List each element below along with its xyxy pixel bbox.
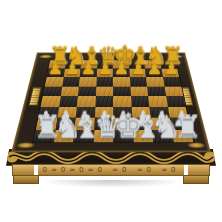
square-f7[interactable]: ♟ <box>129 68 146 77</box>
square-d1[interactable]: ♛ <box>93 130 113 143</box>
square-g2[interactable]: ♟ <box>151 118 172 130</box>
square-b7[interactable]: ♟ <box>63 68 80 77</box>
square-d3[interactable] <box>94 107 113 118</box>
frame-ornament-bottom-left <box>16 142 36 148</box>
square-h5[interactable] <box>164 86 183 96</box>
square-g8[interactable]: ♞ <box>144 60 161 68</box>
square-e3[interactable] <box>113 107 132 118</box>
ground-shadow <box>10 180 212 190</box>
square-a6[interactable] <box>45 77 63 86</box>
square-a5[interactable] <box>43 86 62 96</box>
gold-king: ♚ <box>113 44 129 68</box>
square-c8[interactable]: ♝ <box>81 60 97 68</box>
square-e7[interactable]: ♟ <box>113 68 130 77</box>
square-c5[interactable] <box>78 86 96 96</box>
board-3d-plane: ♜♞♝♛♚♝♞♜♟♟♟♟♟♟♟♟♟♟♟♟♟♟♟♟♜♞♝♛♚♝♞♜ <box>11 53 211 153</box>
square-c3[interactable] <box>76 107 95 118</box>
square-a2[interactable]: ♟ <box>36 118 57 130</box>
square-f8[interactable]: ♝ <box>128 60 145 68</box>
square-a8[interactable]: ♜ <box>49 60 66 68</box>
square-f3[interactable] <box>131 107 150 118</box>
gold-knight: ♞ <box>145 45 161 67</box>
square-f6[interactable] <box>129 77 147 86</box>
board-frame: ♜♞♝♛♚♝♞♜♟♟♟♟♟♟♟♟♟♟♟♟♟♟♟♟♜♞♝♛♚♝♞♜ <box>11 53 211 153</box>
square-f1[interactable]: ♝ <box>133 130 154 143</box>
square-d8[interactable]: ♛ <box>97 60 113 68</box>
square-g4[interactable] <box>148 96 167 106</box>
square-f2[interactable]: ♟ <box>132 118 152 130</box>
square-a3[interactable] <box>38 107 58 118</box>
square-h8[interactable]: ♜ <box>160 60 177 68</box>
square-c2[interactable]: ♟ <box>75 118 95 130</box>
square-c6[interactable] <box>79 77 96 86</box>
square-b1[interactable]: ♞ <box>53 130 74 143</box>
square-d7[interactable]: ♟ <box>96 68 113 77</box>
square-c4[interactable] <box>77 96 96 106</box>
square-a1[interactable]: ♜ <box>33 130 55 143</box>
square-h1[interactable]: ♜ <box>171 130 193 143</box>
square-g5[interactable] <box>147 86 166 96</box>
chess-board: ♜♞♝♛♚♝♞♜♟♟♟♟♟♟♟♟♟♟♟♟♟♟♟♟♜♞♝♛♚♝♞♜ <box>32 60 195 143</box>
chess-set-photo: 0≈0≈0≈0 ≈0 ≈0 ≈0 ♜♞♝♛♚♝♞♜♟♟♟♟♟♟♟♟♟♟♟♟♟♟♟… <box>0 0 222 222</box>
square-e8[interactable]: ♚ <box>113 60 129 68</box>
gold-bishop: ♝ <box>81 45 97 67</box>
square-g3[interactable] <box>149 107 169 118</box>
square-g6[interactable] <box>146 77 164 86</box>
square-h6[interactable] <box>163 77 182 86</box>
square-b8[interactable]: ♞ <box>65 60 82 68</box>
square-e2[interactable]: ♟ <box>113 118 132 130</box>
square-c7[interactable]: ♟ <box>80 68 97 77</box>
frame-ornament-top-left <box>38 55 53 59</box>
square-c1[interactable]: ♝ <box>73 130 94 143</box>
square-e1[interactable]: ♚ <box>113 130 133 143</box>
square-f4[interactable] <box>131 96 150 106</box>
square-d2[interactable]: ♟ <box>94 118 113 130</box>
square-a4[interactable] <box>41 96 61 106</box>
square-d4[interactable] <box>95 96 113 106</box>
frame-ornament-top-right <box>169 55 184 59</box>
square-b6[interactable] <box>62 77 80 86</box>
square-h2[interactable]: ♟ <box>169 118 190 130</box>
square-e4[interactable] <box>113 96 131 106</box>
square-g7[interactable]: ♟ <box>145 68 163 77</box>
square-g1[interactable]: ♞ <box>152 130 173 143</box>
square-h4[interactable] <box>166 96 186 106</box>
square-b5[interactable] <box>60 86 79 96</box>
square-b4[interactable] <box>59 96 78 106</box>
square-a7[interactable]: ♟ <box>47 68 65 77</box>
square-d5[interactable] <box>95 86 113 96</box>
square-d6[interactable] <box>96 77 113 86</box>
board-perspective-wrap: ♜♞♝♛♚♝♞♜♟♟♟♟♟♟♟♟♟♟♟♟♟♟♟♟♜♞♝♛♚♝♞♜ <box>26 10 196 180</box>
square-b2[interactable]: ♟ <box>55 118 76 130</box>
square-e5[interactable] <box>113 86 131 96</box>
square-b3[interactable] <box>57 107 77 118</box>
square-e6[interactable] <box>113 77 130 86</box>
square-h3[interactable] <box>167 107 188 118</box>
gold-queen: ♛ <box>97 45 113 67</box>
square-h7[interactable]: ♟ <box>161 68 179 77</box>
frame-ornament-bottom-right <box>186 142 206 148</box>
gold-bishop: ♝ <box>129 45 145 67</box>
gold-knight: ♞ <box>65 45 81 67</box>
square-f5[interactable] <box>130 86 148 96</box>
